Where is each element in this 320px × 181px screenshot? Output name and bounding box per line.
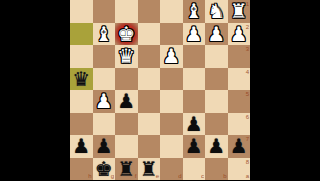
square-f6[interactable] [115, 113, 138, 136]
square-h7[interactable]: ♟ [70, 135, 93, 158]
white-king[interactable]: ♚ [117, 23, 135, 46]
square-a8[interactable]: 8a [228, 158, 251, 181]
square-b3[interactable] [205, 45, 228, 68]
square-a7[interactable]: ♟7 [228, 135, 251, 158]
black-rook[interactable]: ♜ [140, 158, 158, 181]
black-pawn[interactable]: ♟ [117, 90, 135, 113]
square-g8[interactable]: ♚g [93, 158, 116, 181]
square-a6[interactable]: 6 [228, 113, 251, 136]
square-e1[interactable] [138, 0, 161, 23]
white-queen[interactable]: ♛ [117, 45, 135, 68]
square-h3[interactable] [70, 45, 93, 68]
square-a2[interactable]: ♟2 [228, 23, 251, 46]
square-d6[interactable] [160, 113, 183, 136]
black-king[interactable]: ♚ [95, 158, 113, 181]
square-c8[interactable]: c [183, 158, 206, 181]
black-rook[interactable]: ♜ [117, 158, 135, 181]
square-d3[interactable]: ♟ [160, 45, 183, 68]
black-pawn[interactable]: ♟ [207, 135, 225, 158]
square-c3[interactable] [183, 45, 206, 68]
square-b4[interactable] [205, 68, 228, 91]
square-a4[interactable]: 4 [228, 68, 251, 91]
black-pawn[interactable]: ♟ [185, 113, 203, 136]
square-c4[interactable] [183, 68, 206, 91]
square-g2[interactable]: ♝ [93, 23, 116, 46]
square-g3[interactable] [93, 45, 116, 68]
square-a5[interactable]: 5 [228, 90, 251, 113]
square-a1[interactable]: ♜1 [228, 0, 251, 23]
square-d7[interactable] [160, 135, 183, 158]
square-f7[interactable] [115, 135, 138, 158]
white-pawn[interactable]: ♟ [162, 45, 180, 68]
square-c5[interactable] [183, 90, 206, 113]
square-d2[interactable] [160, 23, 183, 46]
square-e2[interactable] [138, 23, 161, 46]
rank-label-5: 5 [246, 91, 249, 97]
square-d4[interactable] [160, 68, 183, 91]
square-b5[interactable] [205, 90, 228, 113]
square-e3[interactable] [138, 45, 161, 68]
square-e4[interactable] [138, 68, 161, 91]
square-f8[interactable]: ♜f [115, 158, 138, 181]
file-label-a: a [246, 173, 249, 179]
square-c1[interactable]: ♝ [183, 0, 206, 23]
black-queen[interactable]: ♛ [72, 68, 90, 91]
square-g4[interactable] [93, 68, 116, 91]
white-pawn[interactable]: ♟ [207, 23, 225, 46]
chess-board[interactable]: ♝♞♜1♝♚♟♟♟2♛♟3♛4♟♟5♟6♟♟♟♟♟7h♚g♜f♜edcb8a [70, 0, 250, 180]
square-h2[interactable] [70, 23, 93, 46]
square-h6[interactable] [70, 113, 93, 136]
letterbox-left [0, 0, 70, 180]
square-g6[interactable] [93, 113, 116, 136]
square-g1[interactable] [93, 0, 116, 23]
square-b2[interactable]: ♟ [205, 23, 228, 46]
square-c2[interactable]: ♟ [183, 23, 206, 46]
square-h4[interactable]: ♛ [70, 68, 93, 91]
rank-label-3: 3 [246, 46, 249, 52]
square-d5[interactable] [160, 90, 183, 113]
square-f4[interactable] [115, 68, 138, 91]
letterbox-right [250, 0, 320, 180]
square-e8[interactable]: ♜e [138, 158, 161, 181]
square-e6[interactable] [138, 113, 161, 136]
black-pawn[interactable]: ♟ [185, 135, 203, 158]
square-h1[interactable] [70, 0, 93, 23]
white-bishop[interactable]: ♝ [185, 0, 203, 23]
black-pawn[interactable]: ♟ [95, 135, 113, 158]
white-rook[interactable]: ♜ [230, 0, 248, 23]
square-c7[interactable]: ♟ [183, 135, 206, 158]
screenshot-frame: ♝♞♜1♝♚♟♟♟2♛♟3♛4♟♟5♟6♟♟♟♟♟7h♚g♜f♜edcb8a [0, 0, 320, 180]
square-h5[interactable] [70, 90, 93, 113]
square-f3[interactable]: ♛ [115, 45, 138, 68]
rank-label-6: 6 [246, 114, 249, 120]
square-f1[interactable] [115, 0, 138, 23]
white-bishop[interactable]: ♝ [95, 23, 113, 46]
square-b8[interactable]: b [205, 158, 228, 181]
square-b1[interactable]: ♞ [205, 0, 228, 23]
white-pawn[interactable]: ♟ [185, 23, 203, 46]
square-f5[interactable]: ♟ [115, 90, 138, 113]
file-label-c: c [201, 173, 204, 179]
file-label-h: h [88, 173, 91, 179]
rank-label-4: 4 [246, 69, 249, 75]
square-g5[interactable]: ♟ [93, 90, 116, 113]
file-label-b: b [223, 173, 226, 179]
white-pawn[interactable]: ♟ [95, 90, 113, 113]
square-h8[interactable]: h [70, 158, 93, 181]
white-knight[interactable]: ♞ [207, 0, 225, 23]
square-d1[interactable] [160, 0, 183, 23]
square-g7[interactable]: ♟ [93, 135, 116, 158]
rank-label-8: 8 [246, 159, 249, 165]
square-f2[interactable]: ♚ [115, 23, 138, 46]
square-c6[interactable]: ♟ [183, 113, 206, 136]
square-b6[interactable] [205, 113, 228, 136]
black-pawn[interactable]: ♟ [230, 135, 248, 158]
square-e5[interactable] [138, 90, 161, 113]
file-label-d: d [178, 173, 181, 179]
black-pawn[interactable]: ♟ [72, 135, 90, 158]
square-d8[interactable]: d [160, 158, 183, 181]
square-e7[interactable] [138, 135, 161, 158]
white-pawn[interactable]: ♟ [230, 23, 248, 46]
square-a3[interactable]: 3 [228, 45, 251, 68]
square-b7[interactable]: ♟ [205, 135, 228, 158]
